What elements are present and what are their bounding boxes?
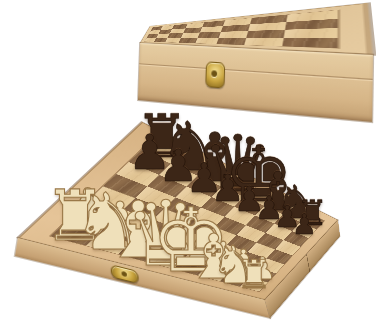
box-front-panel	[138, 43, 373, 122]
brass-clasp-icon	[111, 264, 139, 284]
lid-square	[284, 28, 338, 38]
lid-square	[282, 38, 337, 48]
lid-square	[246, 30, 285, 38]
box-lid-grid	[145, 10, 338, 48]
box-lid-seam	[139, 63, 372, 80]
brass-clasp-icon	[205, 61, 225, 88]
lid-square	[195, 38, 218, 44]
hinge-seam	[306, 254, 310, 272]
product-photo: ♜♞♝♛♚♝♞♜♟♟♟♟♟♟♟♟♟♟♟♟♟♟♟♟♜♞♝♛♚♝♞♜	[0, 0, 376, 333]
lid-square	[244, 38, 283, 46]
lid-square	[217, 38, 247, 45]
lid-square	[219, 31, 248, 38]
